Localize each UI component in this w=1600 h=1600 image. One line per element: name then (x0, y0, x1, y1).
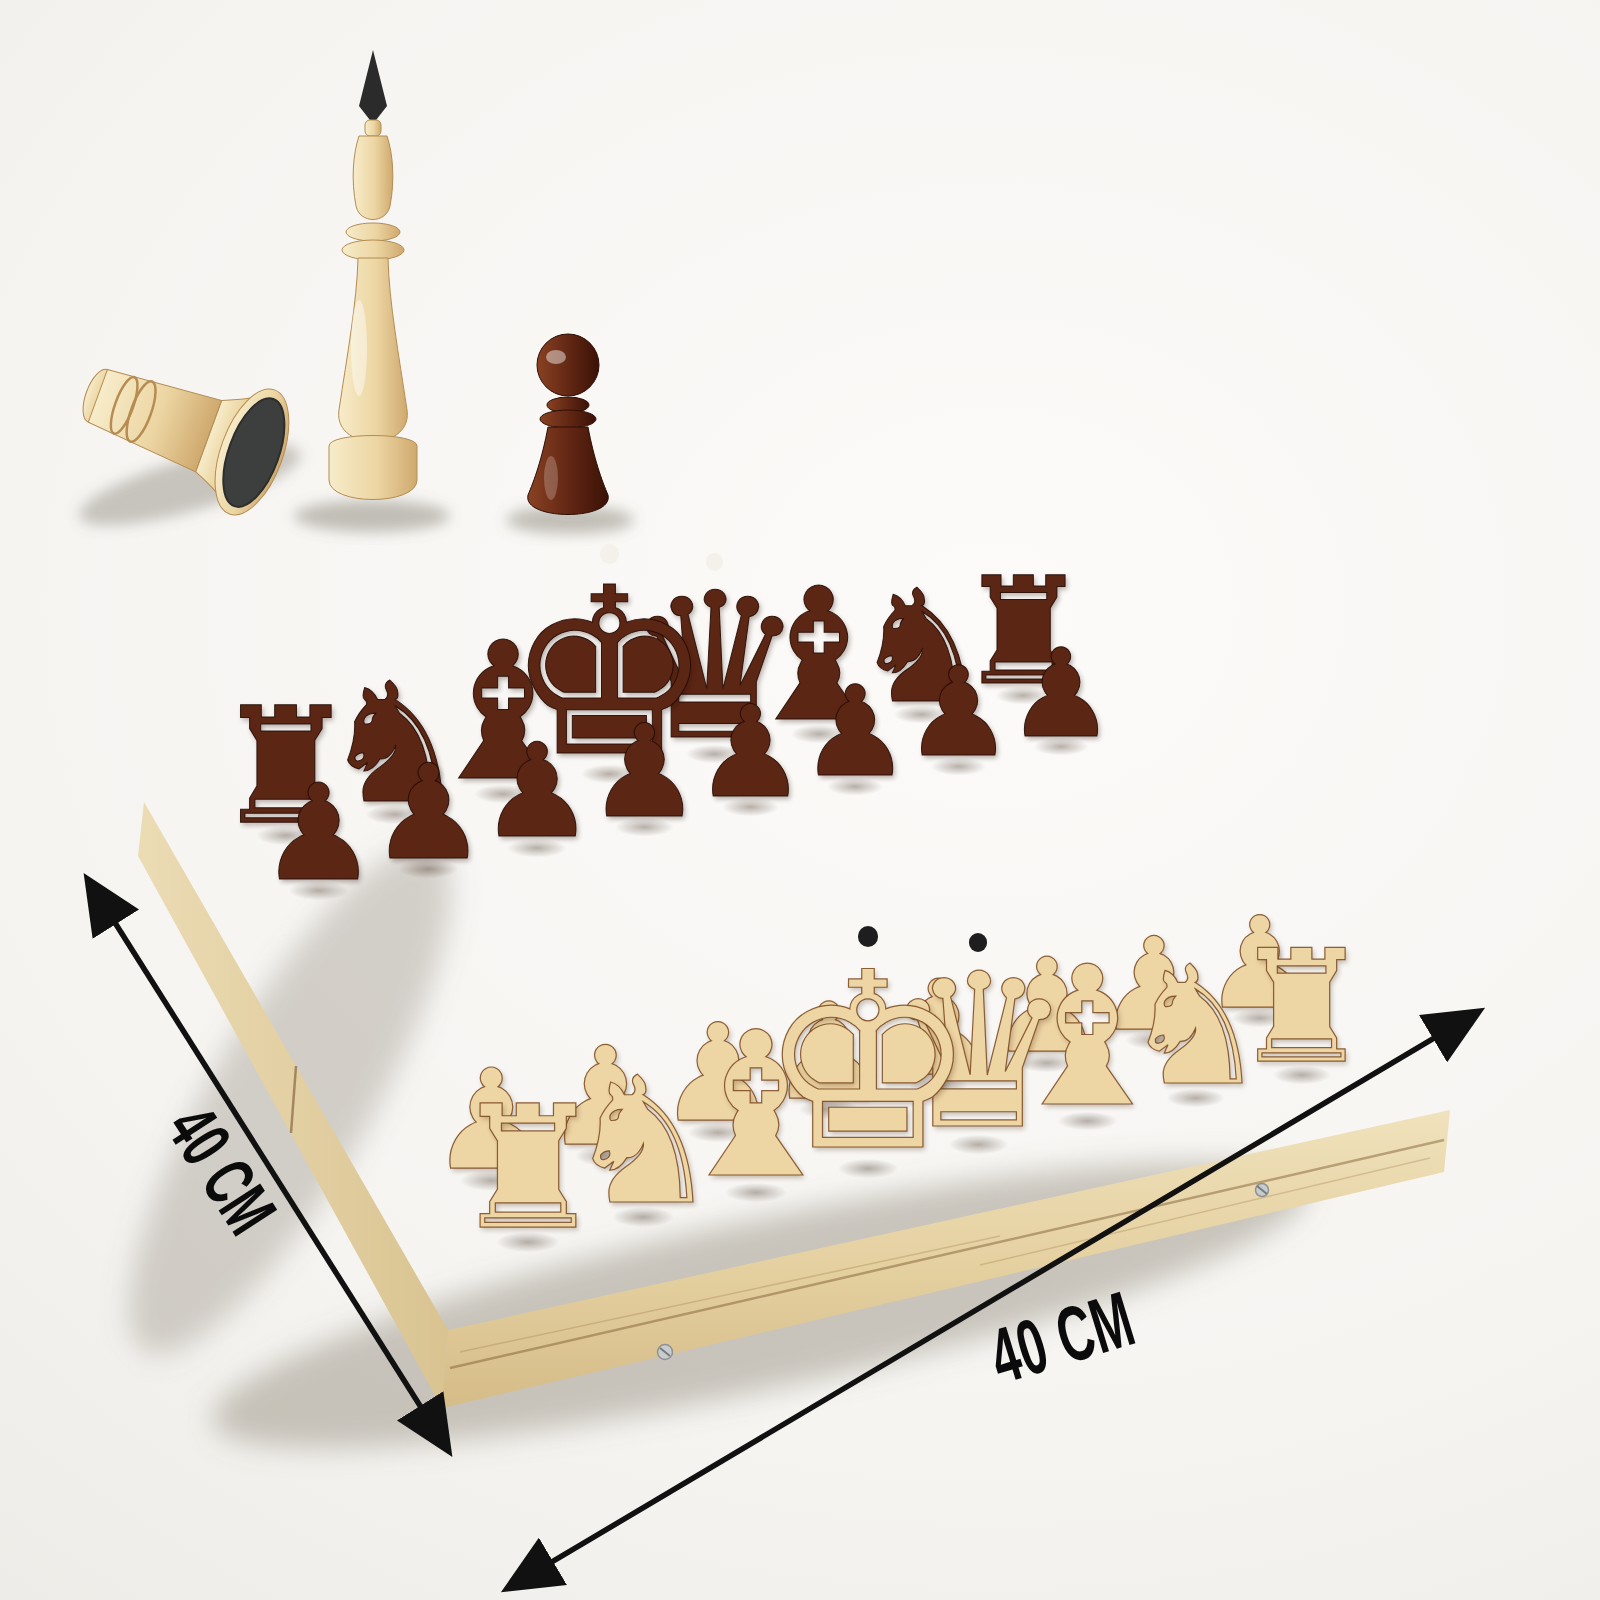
screw-icon (1256, 1184, 1269, 1197)
loose-black-pawn (505, 328, 631, 528)
loose-white-king (312, 48, 434, 523)
screw-icon (658, 1345, 673, 1360)
king-spike-finial (359, 50, 387, 124)
product-photo-scene: ABCDEFGH8877665544332211 ♜♞♝♚♛♝♞♜♟♟♟♟♟♟♟… (0, 0, 1600, 1600)
scene-graphics (0, 0, 1600, 1600)
loose-white-rook (58, 336, 320, 522)
